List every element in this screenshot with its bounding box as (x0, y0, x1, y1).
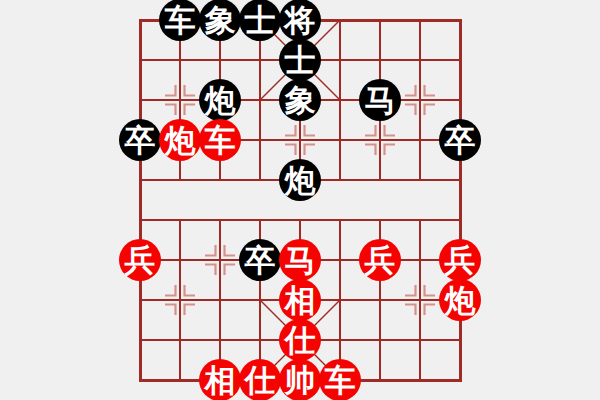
star-point-marker (165, 105, 176, 116)
star-point-marker (385, 125, 396, 136)
star-point-marker (165, 285, 176, 296)
star-point-marker (405, 305, 416, 316)
star-point-marker (425, 285, 436, 296)
piece-black-soldier[interactable]: 卒 (119, 119, 161, 161)
star-point-marker (225, 265, 236, 276)
star-point-marker (205, 245, 216, 256)
piece-black-soldier[interactable]: 卒 (239, 239, 281, 281)
star-point-marker (285, 145, 296, 156)
piece-red-elephant[interactable]: 相 (279, 279, 321, 321)
piece-black-elephant[interactable]: 象 (199, 0, 241, 41)
piece-red-soldier[interactable]: 兵 (359, 239, 401, 281)
star-point-marker (225, 245, 236, 256)
star-point-marker (185, 105, 196, 116)
star-point-marker (425, 105, 436, 116)
piece-red-advisor[interactable]: 仕 (279, 319, 321, 361)
star-point-marker (365, 145, 376, 156)
piece-red-cannon[interactable]: 炮 (439, 279, 481, 321)
star-point-marker (165, 305, 176, 316)
piece-red-chariot[interactable]: 车 (319, 359, 361, 400)
piece-black-elephant[interactable]: 象 (279, 79, 321, 121)
star-point-marker (185, 85, 196, 96)
piece-red-advisor[interactable]: 仕 (239, 359, 281, 400)
star-point-marker (185, 285, 196, 296)
piece-black-horse[interactable]: 马 (359, 79, 401, 121)
star-point-marker (405, 105, 416, 116)
xiangqi-board: 车象士将士炮象马卒卒炮卒炮车兵马兵兵仕相炮相仕帅车 (0, 0, 600, 400)
piece-black-cannon[interactable]: 炮 (279, 159, 321, 201)
piece-black-soldier[interactable]: 卒 (439, 119, 481, 161)
piece-black-cannon[interactable]: 炮 (199, 79, 241, 121)
star-point-marker (185, 305, 196, 316)
piece-red-cannon[interactable]: 炮 (159, 119, 201, 161)
piece-red-soldier[interactable]: 兵 (439, 239, 481, 281)
star-point-marker (365, 125, 376, 136)
star-point-marker (205, 265, 216, 276)
star-point-marker (305, 145, 316, 156)
piece-red-soldier[interactable]: 兵 (119, 239, 161, 281)
star-point-marker (405, 85, 416, 96)
piece-black-advisor[interactable]: 士 (279, 39, 321, 81)
star-point-marker (385, 145, 396, 156)
piece-red-chariot[interactable]: 车 (199, 119, 241, 161)
star-point-marker (405, 285, 416, 296)
piece-black-chariot[interactable]: 车 (159, 0, 201, 41)
piece-red-elephant[interactable]: 相 (199, 359, 241, 400)
piece-red-horse[interactable]: 马 (279, 239, 321, 281)
star-point-marker (305, 125, 316, 136)
star-point-marker (285, 125, 296, 136)
piece-black-advisor[interactable]: 士 (239, 0, 281, 41)
star-point-marker (165, 85, 176, 96)
star-point-marker (425, 85, 436, 96)
star-point-marker (425, 305, 436, 316)
piece-black-general[interactable]: 将 (279, 0, 321, 41)
piece-red-general[interactable]: 帅 (279, 359, 321, 400)
